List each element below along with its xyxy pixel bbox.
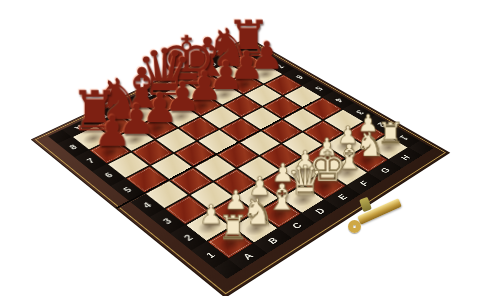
- chess-set-photo: ABCDEFGH8♜♞♝♛♚♝♞♜87♟♟♟♟♟♟♟♟7665544332♟♟♟…: [0, 0, 480, 296]
- rank-label-left-1-text: 1: [204, 250, 217, 259]
- piece-white-rook-a1[interactable]: ♜: [194, 155, 273, 245]
- brass-clasp: [346, 196, 410, 248]
- board-frame: ABCDEFGH8♜♞♝♛♚♝♞♜87♟♟♟♟♟♟♟♟7665544332♟♟♟…: [32, 38, 449, 296]
- rank-label-left-2-text: 2: [182, 233, 195, 242]
- rank-label-left-5-text: 5: [122, 186, 134, 194]
- rank-label-left-4-text: 4: [141, 201, 153, 209]
- clasp-ring-icon: [348, 220, 361, 233]
- piece-dark-pawn-a7[interactable]: ♟: [77, 72, 148, 153]
- rank-label-left-7-text: 7: [85, 157, 96, 164]
- rank-label-left-6-text: 6: [103, 171, 114, 179]
- file-label-bottom-a-text: A: [241, 251, 256, 261]
